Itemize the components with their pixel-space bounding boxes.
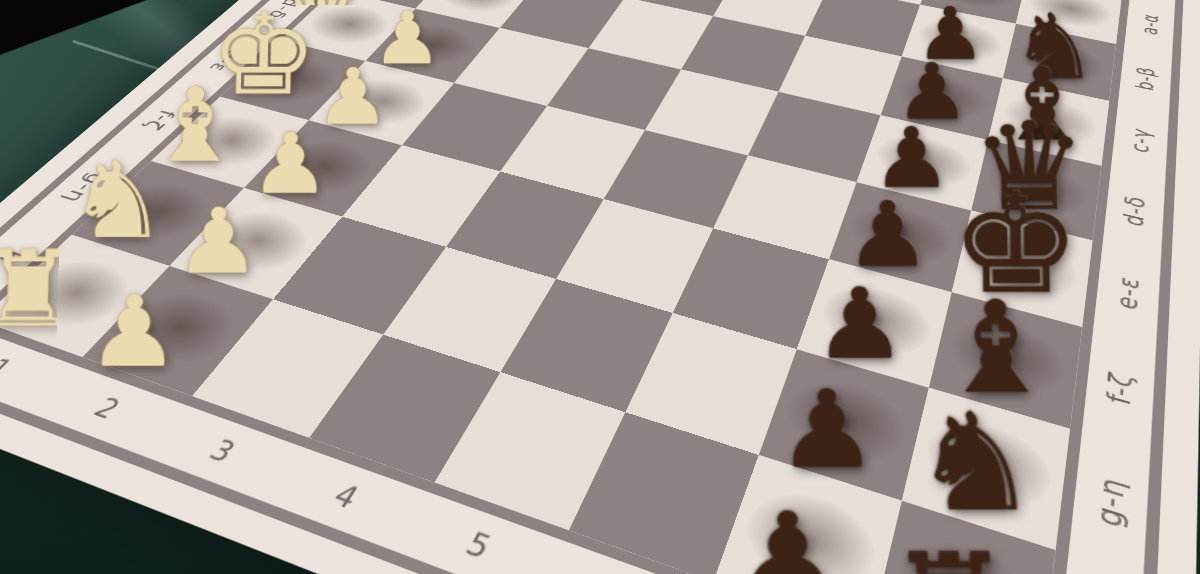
scene: 12345678 12345678 a-αb-βc-γd-δe-εf-ζg-ηh… (0, 0, 1200, 574)
coordinate-label: e-ε (1110, 273, 1146, 313)
coordinate-label: 1 (0, 354, 20, 385)
black-pawn-f7[interactable]: ♟ (793, 274, 928, 372)
black-rook-h8[interactable]: ♜ (865, 536, 1034, 574)
coordinate-label: b-β (1131, 65, 1160, 93)
coordinate-label: d-δ (1118, 193, 1151, 229)
chess-board: 12345678 12345678 a-αb-βc-γd-δe-εf-ζg-ηh… (0, 0, 1200, 574)
black-knight-g8[interactable]: ♞ (899, 395, 1053, 530)
coordinate-label: g-η (1089, 472, 1132, 532)
white-pawn-h2[interactable]: ♟ (65, 282, 203, 381)
file-label-black-side-c: c-γ (1111, 103, 1169, 181)
black-pawn-g7[interactable]: ♟ (754, 375, 901, 482)
file-label-black-side-d: d-δ (1103, 168, 1165, 257)
file-label-black-side-b: b-β (1118, 46, 1172, 114)
coordinate-label: c-γ (1125, 125, 1156, 155)
coordinate-label: 3 (203, 434, 243, 469)
coordinate-label: 2 (87, 393, 128, 426)
file-label-black-side-g: g-η (1069, 432, 1151, 574)
file-label-black-side-e: e-ε (1093, 243, 1161, 347)
coordinate-label: a-α (1137, 12, 1164, 37)
square-b5[interactable] (713, 0, 829, 36)
white-pawn-g2[interactable]: ♟ (155, 196, 282, 287)
coordinate-label: 5 (460, 526, 498, 567)
file-label-black-side-f: f-ζ (1082, 330, 1156, 452)
coordinate-label: f-ζ (1101, 368, 1139, 408)
black-pawn-h7[interactable]: ♟ (707, 496, 869, 574)
coordinate-label: 4 (327, 478, 366, 516)
board-squares: ♜♟♟♜♞♟♟♞♝♟♟♝♛♟♟♛♚♟♟♚♝♟♟♝♞♟♟♞♜♟♟♜ (0, 0, 1122, 574)
